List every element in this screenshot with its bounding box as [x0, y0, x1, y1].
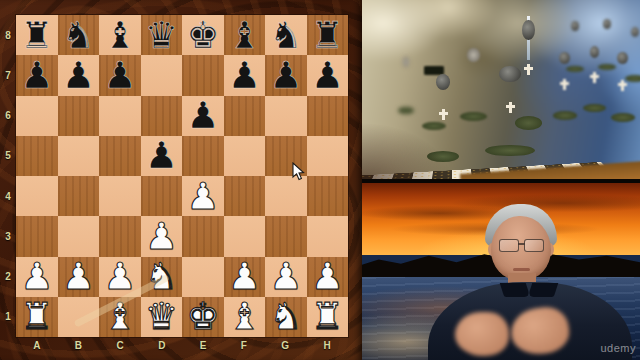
square-b6[interactable] [58, 96, 100, 136]
square-h4[interactable] [307, 176, 349, 216]
square-e1[interactable]: ♚ [182, 297, 224, 337]
white-pawn[interactable]: ♟ [145, 218, 178, 255]
black-pawn[interactable]: ♟ [103, 57, 136, 94]
square-g3[interactable] [265, 216, 307, 256]
file-label-a: A [33, 340, 40, 351]
video-frame: ♜♞♝♛♚♝♞♜♟♟♟♟♟♟♟♟♟♟♟♟♟♞♟♟♟♜♝♛♚♝♞♜ 8765432… [0, 0, 640, 360]
instructor-mouth [513, 268, 530, 271]
square-a1[interactable]: ♜ [16, 297, 58, 337]
square-c4[interactable] [99, 176, 141, 216]
black-pawn[interactable]: ♟ [186, 97, 219, 134]
square-f7[interactable]: ♟ [224, 55, 266, 95]
rank-label-2: 2 [5, 271, 11, 282]
file-label-c: C [116, 340, 123, 351]
chess-set-photo [362, 0, 640, 179]
square-f3[interactable] [224, 216, 266, 256]
black-king[interactable]: ♚ [186, 17, 219, 54]
square-g8[interactable]: ♞ [265, 15, 307, 55]
square-h5[interactable] [307, 136, 349, 176]
white-pawn[interactable]: ♟ [269, 258, 302, 295]
black-pawn[interactable]: ♟ [228, 57, 261, 94]
square-d7[interactable] [141, 55, 183, 95]
black-rook[interactable]: ♜ [311, 17, 344, 54]
file-label-b: B [75, 340, 82, 351]
square-a3[interactable] [16, 216, 58, 256]
square-e4[interactable]: ♟ [182, 176, 224, 216]
white-rook[interactable]: ♜ [311, 298, 344, 335]
white-bishop[interactable]: ♝ [228, 298, 261, 335]
square-f4[interactable] [224, 176, 266, 216]
square-f5[interactable] [224, 136, 266, 176]
white-king[interactable]: ♚ [186, 298, 219, 335]
square-c5[interactable] [99, 136, 141, 176]
square-d6[interactable] [141, 96, 183, 136]
square-c8[interactable]: ♝ [99, 15, 141, 55]
black-pawn[interactable]: ♟ [20, 57, 53, 94]
instructor [362, 183, 640, 360]
rank-label-5: 5 [5, 150, 11, 161]
white-knight[interactable]: ♞ [145, 258, 178, 295]
file-label-g: G [281, 340, 289, 351]
square-c2[interactable]: ♟ [99, 257, 141, 297]
white-pawn[interactable]: ♟ [228, 258, 261, 295]
square-e8[interactable]: ♚ [182, 15, 224, 55]
square-b8[interactable]: ♞ [58, 15, 100, 55]
square-e2[interactable] [182, 257, 224, 297]
white-pawn[interactable]: ♟ [103, 258, 136, 295]
file-label-d: D [158, 340, 165, 351]
white-bishop[interactable]: ♝ [103, 298, 136, 335]
square-d1[interactable]: ♛ [141, 297, 183, 337]
square-d5[interactable]: ♟ [141, 136, 183, 176]
square-g7[interactable]: ♟ [265, 55, 307, 95]
square-h7[interactable]: ♟ [307, 55, 349, 95]
square-e7[interactable] [182, 55, 224, 95]
black-bishop[interactable]: ♝ [228, 17, 261, 54]
white-pawn[interactable]: ♟ [311, 258, 344, 295]
square-c6[interactable] [99, 96, 141, 136]
instructor-left-hand [455, 312, 509, 356]
white-rook[interactable]: ♜ [20, 298, 53, 335]
black-pawn[interactable]: ♟ [269, 57, 302, 94]
square-d3[interactable]: ♟ [141, 216, 183, 256]
square-b2[interactable]: ♟ [58, 257, 100, 297]
black-pawn[interactable]: ♟ [311, 57, 344, 94]
square-g1[interactable]: ♞ [265, 297, 307, 337]
black-rook[interactable]: ♜ [20, 17, 53, 54]
square-a4[interactable] [16, 176, 58, 216]
square-b4[interactable] [58, 176, 100, 216]
instructor-webcam: udemy [362, 183, 640, 360]
rank-label-4: 4 [5, 191, 11, 202]
udemy-watermark: udemy [600, 342, 636, 354]
square-a6[interactable] [16, 96, 58, 136]
rank-label-7: 7 [5, 70, 11, 81]
rank-label-8: 8 [5, 30, 11, 41]
square-h6[interactable] [307, 96, 349, 136]
square-a8[interactable]: ♜ [16, 15, 58, 55]
square-b1[interactable] [58, 297, 100, 337]
white-pawn[interactable]: ♟ [62, 258, 95, 295]
square-e5[interactable] [182, 136, 224, 176]
square-c3[interactable] [99, 216, 141, 256]
square-d4[interactable] [141, 176, 183, 216]
square-c7[interactable]: ♟ [99, 55, 141, 95]
square-c1[interactable]: ♝ [99, 297, 141, 337]
file-labels: ABCDEFGH [16, 338, 348, 353]
square-h3[interactable] [307, 216, 349, 256]
square-f6[interactable] [224, 96, 266, 136]
square-g5[interactable] [265, 136, 307, 176]
black-knight[interactable]: ♞ [62, 17, 95, 54]
photo-vignette [362, 0, 640, 179]
black-pawn[interactable]: ♟ [145, 137, 178, 174]
white-pawn[interactable]: ♟ [20, 258, 53, 295]
square-b5[interactable] [58, 136, 100, 176]
square-d2[interactable]: ♞ [141, 257, 183, 297]
white-queen[interactable]: ♛ [145, 298, 178, 335]
square-h1[interactable]: ♜ [307, 297, 349, 337]
square-g4[interactable] [265, 176, 307, 216]
rank-label-6: 6 [5, 110, 11, 121]
black-knight[interactable]: ♞ [269, 17, 302, 54]
file-label-h: H [324, 340, 331, 351]
file-label-f: F [241, 340, 247, 351]
square-f2[interactable]: ♟ [224, 257, 266, 297]
file-label-e: E [200, 340, 207, 351]
chess-board-panel: ♜♞♝♛♚♝♞♜♟♟♟♟♟♟♟♟♟♟♟♟♟♞♟♟♟♜♝♛♚♝♞♜ 8765432… [0, 0, 362, 360]
square-d8[interactable]: ♛ [141, 15, 183, 55]
black-queen[interactable]: ♛ [145, 17, 178, 54]
square-b3[interactable] [58, 216, 100, 256]
square-a2[interactable]: ♟ [16, 257, 58, 297]
chess-board: ♜♞♝♛♚♝♞♜♟♟♟♟♟♟♟♟♟♟♟♟♟♞♟♟♟♜♝♛♚♝♞♜ [16, 15, 348, 337]
black-bishop[interactable]: ♝ [103, 17, 136, 54]
square-h2[interactable]: ♟ [307, 257, 349, 297]
square-a5[interactable] [16, 136, 58, 176]
white-knight[interactable]: ♞ [269, 298, 302, 335]
rank-labels: 87654321 [1, 15, 15, 337]
square-g2[interactable]: ♟ [265, 257, 307, 297]
instructor-glasses [499, 239, 544, 251]
rank-label-1: 1 [5, 311, 11, 322]
square-f8[interactable]: ♝ [224, 15, 266, 55]
square-e6[interactable]: ♟ [182, 96, 224, 136]
white-pawn[interactable]: ♟ [186, 178, 219, 215]
square-a7[interactable]: ♟ [16, 55, 58, 95]
square-g6[interactable] [265, 96, 307, 136]
square-f1[interactable]: ♝ [224, 297, 266, 337]
square-b7[interactable]: ♟ [58, 55, 100, 95]
rank-label-3: 3 [5, 231, 11, 242]
square-e3[interactable] [182, 216, 224, 256]
square-h8[interactable]: ♜ [307, 15, 349, 55]
black-pawn[interactable]: ♟ [62, 57, 95, 94]
